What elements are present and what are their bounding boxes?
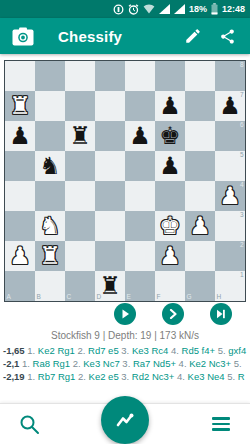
rank-label: 1 — [240, 272, 244, 279]
square-d8[interactable] — [95, 61, 125, 91]
square-a2[interactable]: ♟ — [5, 241, 35, 271]
square-c7[interactable] — [65, 91, 95, 121]
rotation-lock-icon — [113, 4, 124, 15]
next-move-button[interactable] — [162, 303, 184, 325]
signal-icon — [159, 4, 170, 14]
clock-time: 12:48 — [222, 4, 245, 14]
square-h4[interactable]: 4♟ — [215, 181, 245, 211]
square-b3[interactable]: ♞ — [35, 211, 65, 241]
move-text: Ke3 Nc7 — [81, 358, 120, 369]
square-d6[interactable] — [95, 121, 125, 151]
square-h3[interactable]: 3 — [215, 211, 245, 241]
square-h7[interactable]: 7♟ — [215, 91, 245, 121]
rank-label: 3 — [240, 212, 244, 219]
piece-black-pawn: ♟ — [125, 121, 155, 151]
square-d2[interactable] — [95, 241, 125, 271]
square-c1[interactable]: C — [65, 271, 95, 301]
playback-controls — [114, 303, 232, 325]
piece-white-pawn: ♟ — [155, 241, 185, 271]
square-c6[interactable]: ♜ — [65, 121, 95, 151]
wifi-icon — [143, 4, 155, 14]
piece-black-pawn: ♟ — [215, 91, 245, 121]
move-number: 4. — [176, 358, 187, 369]
move-number: 1. — [25, 345, 36, 356]
move-text: Ke3 Ne4 — [185, 371, 225, 382]
square-e7[interactable] — [125, 91, 155, 121]
move-text: R — [235, 371, 245, 382]
square-f5[interactable]: ♟ — [155, 151, 185, 181]
piece-black-pawn: ♟ — [155, 91, 185, 121]
menu-button[interactable] — [208, 411, 234, 437]
app-title: Chessify — [58, 28, 122, 45]
move-number: 2. — [75, 345, 86, 356]
piece-black-knight: ♞ — [35, 151, 65, 181]
move-number: 3. — [119, 371, 130, 382]
rank-label: 5 — [240, 152, 244, 159]
move-text: Rd2 Nc3+ — [129, 371, 174, 382]
square-b5[interactable]: ♞ — [35, 151, 65, 181]
square-e8[interactable] — [125, 61, 155, 91]
square-a6[interactable]: ♟ — [5, 121, 35, 151]
square-g1[interactable]: G — [185, 271, 215, 301]
square-f7[interactable]: ♟ — [155, 91, 185, 121]
move-text: Rb7 Rg1 — [35, 371, 75, 382]
square-e5[interactable] — [125, 151, 155, 181]
square-a3[interactable] — [5, 211, 35, 241]
square-f6[interactable]: ♚ — [155, 121, 185, 151]
move-text: Rd7 e5 — [85, 345, 118, 356]
last-move-button[interactable] — [210, 303, 232, 325]
square-b4[interactable] — [35, 181, 65, 211]
analysis-line-3[interactable]: -2,19 1. Rb7 Rg1 2. Ke2 e5 3. Rd2 Nc3+ 4… — [0, 370, 250, 383]
move-text: Ke2 Rg1 — [35, 345, 75, 356]
piece-white-king: ♚ — [155, 211, 185, 241]
move-number: 2. — [75, 371, 86, 382]
piece-black-rook: ♜ — [65, 121, 95, 151]
move-text: Ra8 Rg1 — [30, 358, 70, 369]
square-g8[interactable] — [185, 61, 215, 91]
search-button[interactable] — [16, 411, 42, 437]
square-d1[interactable]: D♜ — [95, 271, 125, 301]
square-c3[interactable] — [65, 211, 95, 241]
piece-black-rook: ♜ — [95, 271, 125, 301]
square-g7[interactable] — [185, 91, 215, 121]
square-a1[interactable]: A — [5, 271, 35, 301]
signal-icon — [174, 4, 185, 14]
share-button[interactable] — [214, 23, 240, 49]
square-a5[interactable] — [5, 151, 35, 181]
piece-black-pawn: ♟ — [155, 151, 185, 181]
trend-chart-icon — [113, 408, 137, 432]
piece-white-knight: ♞ — [35, 211, 65, 241]
square-g6[interactable] — [185, 121, 215, 151]
chess-board: 8♜♟7♟♟♜♟♚6♞♟54♟♞♚♟3♟♜♟2ABCD♜EFG1H — [4, 60, 246, 302]
app-bar: Chessify — [0, 18, 250, 54]
square-b7[interactable] — [35, 91, 65, 121]
alarm-icon — [128, 4, 139, 15]
analysis-lines: -1,65 1. Ke2 Rg1 2. Rd7 e5 3. Ke3 Rc4 4.… — [0, 344, 250, 383]
move-text: Ke2 e5 — [86, 371, 119, 382]
square-d5[interactable] — [95, 151, 125, 181]
move-number: 4. — [168, 345, 179, 356]
square-c5[interactable] — [65, 151, 95, 181]
square-h8[interactable]: 8 — [215, 61, 245, 91]
square-a7[interactable]: ♜ — [5, 91, 35, 121]
move-number: 1. — [19, 358, 30, 369]
square-b6[interactable] — [35, 121, 65, 151]
square-b2[interactable]: ♜ — [35, 241, 65, 271]
move-number: 4. — [174, 371, 185, 382]
move-number: 1. — [25, 371, 36, 382]
piece-black-pawn: ♟ — [5, 121, 35, 151]
move-number: 5. — [215, 345, 226, 356]
square-a8[interactable] — [5, 61, 35, 91]
file-label: F — [157, 294, 161, 301]
move-text: gxf4 — [226, 345, 247, 356]
piece-black-king: ♚ — [155, 121, 185, 151]
square-f8[interactable] — [155, 61, 185, 91]
battery-icon — [211, 3, 218, 15]
move-number: 5. — [231, 358, 242, 369]
move-text: Ke3 Rc4 — [129, 345, 168, 356]
square-d7[interactable] — [95, 91, 125, 121]
piece-white-rook: ♜ — [35, 241, 65, 271]
square-g5[interactable] — [185, 151, 215, 181]
move-number: 2. — [70, 358, 81, 369]
move-number: 3. — [120, 358, 131, 369]
square-b1[interactable]: B — [35, 271, 65, 301]
play-button[interactable] — [114, 303, 136, 325]
edit-pencil-button[interactable] — [180, 23, 206, 49]
evaluation: -2,19 — [3, 371, 25, 382]
evaluation: -2,1 — [3, 358, 19, 369]
file-label: G — [187, 294, 192, 301]
square-f3[interactable]: ♚ — [155, 211, 185, 241]
analysis-line-2[interactable]: -2,1 1. Ra8 Rg1 2. Ke3 Nc7 3. Ra7 Nd5+ 4… — [0, 357, 250, 370]
square-f4[interactable] — [155, 181, 185, 211]
evaluation: -1,65 — [3, 345, 25, 356]
move-text: Rd5 f4+ — [179, 345, 215, 356]
square-e3[interactable] — [125, 211, 155, 241]
engine-status: Stockfish 9 | Depth: 19 | 173 kN/s — [0, 330, 250, 341]
square-g4[interactable] — [185, 181, 215, 211]
analysis-fab[interactable] — [101, 396, 149, 444]
move-text: Ra7 Nd5+ — [130, 358, 176, 369]
square-d3[interactable] — [95, 211, 125, 241]
square-a4[interactable] — [5, 181, 35, 211]
file-label: C — [67, 294, 72, 301]
file-label: H — [217, 294, 222, 301]
rank-label: 8 — [240, 62, 244, 69]
status-bar: 18% 12:48 — [0, 0, 250, 18]
file-label: A — [7, 294, 11, 301]
file-label: E — [127, 294, 131, 301]
hamburger-icon — [212, 417, 230, 430]
square-h2[interactable]: 2 — [215, 241, 245, 271]
square-c4[interactable] — [65, 181, 95, 211]
piece-white-rook: ♜ — [5, 91, 35, 121]
analysis-line-1[interactable]: -1,65 1. Ke2 Rg1 2. Rd7 e5 3. Ke3 Rc4 4.… — [0, 344, 250, 357]
piece-white-pawn: ♟ — [215, 181, 245, 211]
rank-label: 6 — [240, 122, 244, 129]
square-e2[interactable] — [125, 241, 155, 271]
move-text: Ke2 Nc3+ — [187, 358, 232, 369]
square-e1[interactable]: E — [125, 271, 155, 301]
move-number: 3. — [119, 345, 130, 356]
rank-label: 2 — [240, 242, 244, 249]
square-b8[interactable] — [35, 61, 65, 91]
piece-white-pawn: ♟ — [185, 211, 215, 241]
square-f2[interactable]: ♟ — [155, 241, 185, 271]
square-e4[interactable] — [125, 181, 155, 211]
move-number: 5. — [225, 371, 236, 382]
battery-percent: 18% — [189, 4, 207, 14]
piece-white-pawn: ♟ — [5, 241, 35, 271]
square-e6[interactable]: ♟ — [125, 121, 155, 151]
square-h1[interactable]: 1H — [215, 271, 245, 301]
square-c2[interactable] — [65, 241, 95, 271]
square-c8[interactable] — [65, 61, 95, 91]
file-label: B — [37, 294, 41, 301]
square-f1[interactable]: F — [155, 271, 185, 301]
camera-button[interactable] — [10, 23, 36, 49]
square-h6[interactable]: 6 — [215, 121, 245, 151]
square-g2[interactable] — [185, 241, 215, 271]
square-g3[interactable]: ♟ — [185, 211, 215, 241]
square-d4[interactable] — [95, 181, 125, 211]
square-h5[interactable]: 5 — [215, 151, 245, 181]
